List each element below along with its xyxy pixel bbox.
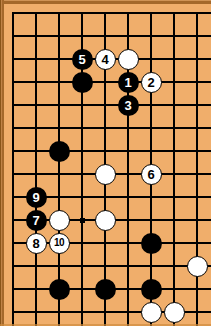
white-stone <box>118 49 139 70</box>
white-stone <box>95 164 116 185</box>
white-stone <box>141 302 162 323</box>
black-stone-move-3: 3 <box>118 95 139 116</box>
black-stone <box>95 279 116 300</box>
black-stone <box>141 233 162 254</box>
move-number-label: 3 <box>124 99 131 112</box>
stones-layer: 54123697810 <box>2 2 209 324</box>
black-stone <box>141 279 162 300</box>
board-frame-top <box>0 0 211 4</box>
white-stone <box>187 256 208 277</box>
white-stone-move-8: 8 <box>26 233 47 254</box>
white-stone <box>164 302 185 323</box>
black-stone <box>49 141 70 162</box>
move-number-label: 4 <box>101 53 108 66</box>
white-stone <box>49 210 70 231</box>
go-board: 54123697810 <box>0 0 211 326</box>
black-stone <box>72 72 93 93</box>
white-stone-move-2: 2 <box>141 72 162 93</box>
board-frame-left <box>0 0 4 326</box>
white-stone <box>95 210 116 231</box>
black-stone-move-9: 9 <box>26 187 47 208</box>
move-number-label: 2 <box>147 76 154 89</box>
move-number-label: 8 <box>32 237 39 250</box>
black-stone <box>49 279 70 300</box>
move-number-label: 5 <box>78 53 85 66</box>
move-number-label: 1 <box>124 76 131 89</box>
white-stone-move-6: 6 <box>141 164 162 185</box>
black-stone-move-7: 7 <box>26 210 47 231</box>
white-stone-move-4: 4 <box>95 49 116 70</box>
black-stone-move-5: 5 <box>72 49 93 70</box>
black-stone-move-1: 1 <box>118 72 139 93</box>
move-number-label: 10 <box>54 238 64 248</box>
move-number-label: 9 <box>32 191 39 204</box>
white-stone-move-10: 10 <box>49 233 70 254</box>
move-number-label: 6 <box>147 168 154 181</box>
move-number-label: 7 <box>32 214 39 227</box>
